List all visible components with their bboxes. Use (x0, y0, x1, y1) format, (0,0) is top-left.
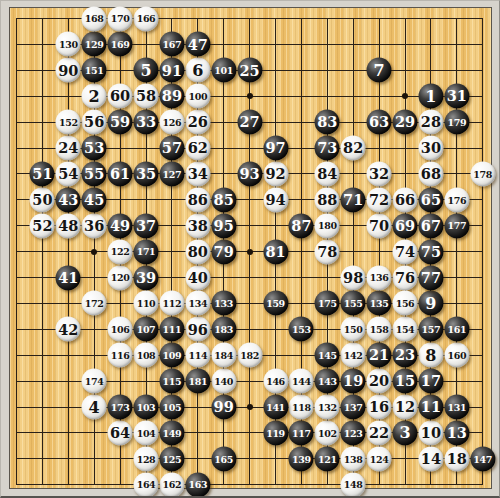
stone-white-166[interactable]: 166 (134, 6, 159, 31)
stone-black-115[interactable]: 115 (159, 369, 184, 394)
stone-white-122[interactable]: 122 (108, 239, 133, 264)
stone-white-174[interactable]: 174 (82, 369, 107, 394)
stone-black-7[interactable]: 7 (367, 58, 392, 83)
stone-black-35[interactable]: 35 (134, 161, 159, 186)
stone-white-28[interactable]: 28 (418, 110, 443, 135)
stone-white-86[interactable]: 86 (185, 187, 210, 212)
stone-white-80[interactable]: 80 (185, 239, 210, 264)
stone-white-180[interactable]: 180 (315, 213, 340, 238)
stone-white-68[interactable]: 68 (418, 161, 443, 186)
stone-white-78[interactable]: 78 (315, 239, 340, 264)
stone-white-16[interactable]: 16 (367, 395, 392, 420)
stone-black-57[interactable]: 57 (159, 136, 184, 161)
stone-white-128[interactable]: 128 (134, 446, 159, 471)
stone-white-18[interactable]: 18 (444, 446, 469, 471)
stone-white-116[interactable]: 116 (108, 343, 133, 368)
stone-white-10[interactable]: 10 (418, 420, 443, 445)
stone-black-121[interactable]: 121 (315, 446, 340, 471)
stone-white-158[interactable]: 158 (367, 317, 392, 342)
stone-black-69[interactable]: 69 (393, 213, 418, 238)
stone-black-177[interactable]: 177 (444, 213, 469, 238)
stone-white-100[interactable]: 100 (185, 84, 210, 109)
stone-white-38[interactable]: 38 (185, 213, 210, 238)
stone-white-160[interactable]: 160 (444, 343, 469, 368)
go-board-diagram: 1234567891011121314151617181920212223242… (0, 0, 500, 498)
stone-black-163[interactable]: 163 (185, 472, 210, 497)
stone-black-119[interactable]: 119 (263, 420, 288, 445)
stone-black-93[interactable]: 93 (237, 161, 262, 186)
stone-white-156[interactable]: 156 (393, 291, 418, 316)
stone-white-106[interactable]: 106 (108, 317, 133, 342)
stone-white-168[interactable]: 168 (82, 6, 107, 31)
stone-white-12[interactable]: 12 (393, 395, 418, 420)
stone-black-123[interactable]: 123 (341, 420, 366, 445)
stone-black-17[interactable]: 17 (418, 369, 443, 394)
stone-black-13[interactable]: 13 (444, 420, 469, 445)
stone-white-66[interactable]: 66 (393, 187, 418, 212)
stone-white-48[interactable]: 48 (56, 213, 81, 238)
stone-white-32[interactable]: 32 (367, 161, 392, 186)
stone-black-137[interactable]: 137 (341, 395, 366, 420)
stone-white-150[interactable]: 150 (341, 317, 366, 342)
stone-white-56[interactable]: 56 (82, 110, 107, 135)
stone-white-140[interactable]: 140 (211, 369, 236, 394)
stone-white-36[interactable]: 36 (82, 213, 107, 238)
stone-white-20[interactable]: 20 (367, 369, 392, 394)
stone-black-127[interactable]: 127 (159, 161, 184, 186)
stone-white-60[interactable]: 60 (108, 84, 133, 109)
stone-white-162[interactable]: 162 (159, 472, 184, 497)
stone-white-54[interactable]: 54 (56, 161, 81, 186)
stone-black-83[interactable]: 83 (315, 110, 340, 135)
stone-white-120[interactable]: 120 (108, 265, 133, 290)
stone-white-178[interactable]: 178 (470, 161, 495, 186)
stone-black-87[interactable]: 87 (289, 213, 314, 238)
stone-black-169[interactable]: 169 (108, 32, 133, 57)
stone-black-101[interactable]: 101 (211, 58, 236, 83)
stone-black-147[interactable]: 147 (470, 446, 495, 471)
stone-black-89[interactable]: 89 (159, 84, 184, 109)
stone-white-72[interactable]: 72 (367, 187, 392, 212)
stone-white-138[interactable]: 138 (341, 446, 366, 471)
stone-white-176[interactable]: 176 (444, 187, 469, 212)
stone-black-97[interactable]: 97 (263, 136, 288, 161)
stone-white-76[interactable]: 76 (393, 265, 418, 290)
stone-black-95[interactable]: 95 (211, 213, 236, 238)
stone-white-30[interactable]: 30 (418, 136, 443, 161)
stone-white-124[interactable]: 124 (367, 446, 392, 471)
stone-white-114[interactable]: 114 (185, 343, 210, 368)
stone-black-53[interactable]: 53 (82, 136, 107, 161)
stone-white-84[interactable]: 84 (315, 161, 340, 186)
stone-white-104[interactable]: 104 (134, 420, 159, 445)
stone-white-170[interactable]: 170 (108, 6, 133, 31)
stone-white-94[interactable]: 94 (263, 187, 288, 212)
stone-white-98[interactable]: 98 (341, 265, 366, 290)
stone-black-19[interactable]: 19 (341, 369, 366, 394)
stone-black-167[interactable]: 167 (159, 32, 184, 57)
stone-black-63[interactable]: 63 (367, 110, 392, 135)
stone-black-23[interactable]: 23 (393, 343, 418, 368)
stone-black-39[interactable]: 39 (134, 265, 159, 290)
stone-black-37[interactable]: 37 (134, 213, 159, 238)
stone-white-22[interactable]: 22 (367, 420, 392, 445)
stone-white-154[interactable]: 154 (393, 317, 418, 342)
stone-white-136[interactable]: 136 (367, 265, 392, 290)
stone-black-81[interactable]: 81 (263, 239, 288, 264)
stone-black-131[interactable]: 131 (444, 395, 469, 420)
stone-white-144[interactable]: 144 (289, 369, 314, 394)
stone-black-161[interactable]: 161 (444, 317, 469, 342)
stone-black-165[interactable]: 165 (211, 446, 236, 471)
stone-black-99[interactable]: 99 (211, 395, 236, 420)
stone-white-52[interactable]: 52 (30, 213, 55, 238)
stone-white-142[interactable]: 142 (341, 343, 366, 368)
stone-white-172[interactable]: 172 (82, 291, 107, 316)
stone-black-157[interactable]: 157 (418, 317, 443, 342)
stone-white-148[interactable]: 148 (341, 472, 366, 497)
stone-black-21[interactable]: 21 (367, 343, 392, 368)
stone-black-173[interactable]: 173 (108, 395, 133, 420)
stone-white-74[interactable]: 74 (393, 239, 418, 264)
stone-white-82[interactable]: 82 (341, 136, 366, 161)
stone-white-126[interactable]: 126 (159, 110, 184, 135)
stone-black-11[interactable]: 11 (418, 395, 443, 420)
stone-black-49[interactable]: 49 (108, 213, 133, 238)
stone-black-107[interactable]: 107 (134, 317, 159, 342)
stone-black-73[interactable]: 73 (315, 136, 340, 161)
stone-white-108[interactable]: 108 (134, 343, 159, 368)
stone-black-47[interactable]: 47 (185, 32, 210, 57)
stone-black-5[interactable]: 5 (134, 58, 159, 83)
stone-white-184[interactable]: 184 (211, 343, 236, 368)
stone-white-118[interactable]: 118 (289, 395, 314, 420)
stone-white-110[interactable]: 110 (134, 291, 159, 316)
stone-black-43[interactable]: 43 (56, 187, 81, 212)
stone-black-181[interactable]: 181 (185, 369, 210, 394)
stone-black-33[interactable]: 33 (134, 110, 159, 135)
stone-white-50[interactable]: 50 (30, 187, 55, 212)
stone-white-24[interactable]: 24 (56, 136, 81, 161)
stone-black-105[interactable]: 105 (159, 395, 184, 420)
stone-black-183[interactable]: 183 (211, 317, 236, 342)
stone-black-71[interactable]: 71 (341, 187, 366, 212)
stone-black-159[interactable]: 159 (263, 291, 288, 316)
stone-black-41[interactable]: 41 (56, 265, 81, 290)
stone-black-9[interactable]: 9 (418, 291, 443, 316)
stone-white-14[interactable]: 14 (418, 446, 443, 471)
stone-white-88[interactable]: 88 (315, 187, 340, 212)
stone-black-45[interactable]: 45 (82, 187, 107, 212)
stone-black-25[interactable]: 25 (237, 58, 262, 83)
stone-black-3[interactable]: 3 (393, 420, 418, 445)
stone-black-175[interactable]: 175 (315, 291, 340, 316)
stone-black-117[interactable]: 117 (289, 420, 314, 445)
stone-white-4[interactable]: 4 (82, 395, 107, 420)
stone-black-59[interactable]: 59 (108, 110, 133, 135)
stone-white-182[interactable]: 182 (237, 343, 262, 368)
stone-white-70[interactable]: 70 (367, 213, 392, 238)
stone-white-132[interactable]: 132 (315, 395, 340, 420)
stone-white-130[interactable]: 130 (56, 32, 81, 57)
stone-white-146[interactable]: 146 (263, 369, 288, 394)
stone-black-67[interactable]: 67 (418, 213, 443, 238)
stone-white-90[interactable]: 90 (56, 58, 81, 83)
stone-black-145[interactable]: 145 (315, 343, 340, 368)
stone-white-112[interactable]: 112 (159, 291, 184, 316)
stone-black-149[interactable]: 149 (159, 420, 184, 445)
stone-white-102[interactable]: 102 (315, 420, 340, 445)
stone-black-85[interactable]: 85 (211, 187, 236, 212)
stone-white-2[interactable]: 2 (82, 84, 107, 109)
stone-black-179[interactable]: 179 (444, 110, 469, 135)
stone-black-51[interactable]: 51 (30, 161, 55, 186)
stone-white-8[interactable]: 8 (418, 343, 443, 368)
stone-black-141[interactable]: 141 (263, 395, 288, 420)
stone-white-92[interactable]: 92 (263, 161, 288, 186)
stone-black-103[interactable]: 103 (134, 395, 159, 420)
stone-black-129[interactable]: 129 (82, 32, 107, 57)
stone-black-111[interactable]: 111 (159, 317, 184, 342)
stone-black-55[interactable]: 55 (82, 161, 107, 186)
stone-white-64[interactable]: 64 (108, 420, 133, 445)
stone-black-143[interactable]: 143 (315, 369, 340, 394)
stone-white-6[interactable]: 6 (185, 58, 210, 83)
stone-white-42[interactable]: 42 (56, 317, 81, 342)
stone-black-91[interactable]: 91 (159, 58, 184, 83)
stone-white-134[interactable]: 134 (185, 291, 210, 316)
stone-white-62[interactable]: 62 (185, 136, 210, 161)
stone-black-153[interactable]: 153 (289, 317, 314, 342)
stone-black-133[interactable]: 133 (211, 291, 236, 316)
stone-black-125[interactable]: 125 (159, 446, 184, 471)
stone-black-1[interactable]: 1 (418, 84, 443, 109)
stone-white-34[interactable]: 34 (185, 161, 210, 186)
stone-black-65[interactable]: 65 (418, 187, 443, 212)
stone-white-164[interactable]: 164 (134, 472, 159, 497)
stone-white-26[interactable]: 26 (185, 110, 210, 135)
stone-black-79[interactable]: 79 (211, 239, 236, 264)
stone-black-155[interactable]: 155 (341, 291, 366, 316)
stone-white-96[interactable]: 96 (185, 317, 210, 342)
stone-white-152[interactable]: 152 (56, 110, 81, 135)
stone-black-61[interactable]: 61 (108, 161, 133, 186)
stone-black-77[interactable]: 77 (418, 265, 443, 290)
stone-white-40[interactable]: 40 (185, 265, 210, 290)
stone-black-109[interactable]: 109 (159, 343, 184, 368)
stone-black-171[interactable]: 171 (134, 239, 159, 264)
stone-black-31[interactable]: 31 (444, 84, 469, 109)
stone-black-75[interactable]: 75 (418, 239, 443, 264)
stone-black-135[interactable]: 135 (367, 291, 392, 316)
stone-black-29[interactable]: 29 (393, 110, 418, 135)
stone-black-27[interactable]: 27 (237, 110, 262, 135)
stone-black-151[interactable]: 151 (82, 58, 107, 83)
stone-black-15[interactable]: 15 (393, 369, 418, 394)
stone-black-139[interactable]: 139 (289, 446, 314, 471)
stone-white-58[interactable]: 58 (134, 84, 159, 109)
